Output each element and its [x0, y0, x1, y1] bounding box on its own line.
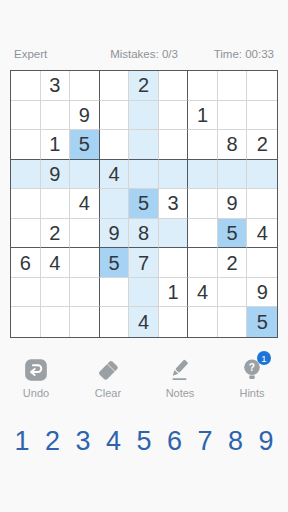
cell-r4c9[interactable] — [247, 160, 277, 190]
cell-r1c7[interactable] — [188, 71, 218, 101]
undo-label: Undo — [23, 387, 49, 399]
cell-r2c6[interactable] — [159, 101, 189, 131]
svg-text:?: ? — [249, 362, 255, 373]
cell-r2c7[interactable]: 1 — [188, 101, 218, 131]
cell-r8c5[interactable] — [129, 278, 159, 308]
cell-r8c1[interactable] — [11, 278, 41, 308]
numpad-8[interactable]: 8 — [222, 426, 250, 457]
cell-r4c1[interactable] — [11, 160, 41, 190]
cell-r1c9[interactable] — [247, 71, 277, 101]
undo-button[interactable]: Undo — [1, 356, 71, 399]
cell-r5c5[interactable]: 5 — [129, 189, 159, 219]
cell-r2c2[interactable] — [41, 101, 71, 131]
numpad-4[interactable]: 4 — [100, 426, 128, 457]
cell-r6c9[interactable]: 4 — [247, 219, 277, 249]
cell-r1c3[interactable] — [70, 71, 100, 101]
cell-r2c3[interactable]: 9 — [70, 101, 100, 131]
cell-r2c1[interactable] — [11, 101, 41, 131]
cell-r1c1[interactable] — [11, 71, 41, 101]
cell-r3c1[interactable] — [11, 130, 41, 160]
cell-r7c7[interactable] — [188, 248, 218, 278]
cell-r9c5[interactable]: 4 — [129, 307, 159, 337]
cell-r6c1[interactable] — [11, 219, 41, 249]
cell-r9c3[interactable] — [70, 307, 100, 337]
hints-label: Hints — [239, 387, 264, 399]
cell-r8c4[interactable] — [100, 278, 130, 308]
numpad-9[interactable]: 9 — [252, 426, 280, 457]
numpad-7[interactable]: 7 — [191, 426, 219, 457]
cell-r2c5[interactable] — [129, 101, 159, 131]
cell-r8c7[interactable]: 4 — [188, 278, 218, 308]
timer: Time: 00:33 — [214, 48, 274, 60]
cell-r1c6[interactable] — [159, 71, 189, 101]
numpad-3[interactable]: 3 — [69, 426, 97, 457]
numpad-5[interactable]: 5 — [130, 426, 158, 457]
cell-r5c9[interactable] — [247, 189, 277, 219]
cell-r3c4[interactable] — [100, 130, 130, 160]
cell-r9c1[interactable] — [11, 307, 41, 337]
notes-button[interactable]: Notes — [145, 356, 215, 399]
cell-r6c2[interactable]: 2 — [41, 219, 71, 249]
cell-r7c1[interactable]: 6 — [11, 248, 41, 278]
numpad-2[interactable]: 2 — [39, 426, 67, 457]
sudoku-board: 32911582944539298546457214945 — [10, 70, 278, 338]
cell-r5c6[interactable]: 3 — [159, 189, 189, 219]
hints-button[interactable]: ? 1 Hints — [217, 356, 287, 399]
cell-r7c3[interactable] — [70, 248, 100, 278]
cell-r5c4[interactable] — [100, 189, 130, 219]
clear-button[interactable]: Clear — [73, 356, 143, 399]
cell-r3c6[interactable] — [159, 130, 189, 160]
eraser-icon — [95, 356, 121, 384]
cell-r7c4[interactable]: 5 — [100, 248, 130, 278]
cell-r2c4[interactable] — [100, 101, 130, 131]
notes-label: Notes — [166, 387, 195, 399]
cell-r9c9[interactable]: 5 — [247, 307, 277, 337]
numpad-1[interactable]: 1 — [8, 426, 36, 457]
cell-r1c2[interactable]: 3 — [41, 71, 71, 101]
cell-r6c3[interactable] — [70, 219, 100, 249]
cell-r4c5[interactable] — [129, 160, 159, 190]
cell-r3c3[interactable]: 5 — [70, 130, 100, 160]
cell-r1c8[interactable] — [218, 71, 248, 101]
cell-r9c2[interactable] — [41, 307, 71, 337]
cell-r7c6[interactable] — [159, 248, 189, 278]
cell-r7c9[interactable] — [247, 248, 277, 278]
cell-r3c8[interactable]: 8 — [218, 130, 248, 160]
cell-r4c6[interactable] — [159, 160, 189, 190]
difficulty-label[interactable]: Expert — [14, 48, 47, 60]
cell-r4c8[interactable] — [218, 160, 248, 190]
cell-r5c2[interactable] — [41, 189, 71, 219]
cell-r2c9[interactable] — [247, 101, 277, 131]
cell-r9c6[interactable] — [159, 307, 189, 337]
cell-r1c5[interactable]: 2 — [129, 71, 159, 101]
cell-r7c2[interactable]: 4 — [41, 248, 71, 278]
cell-r8c2[interactable] — [41, 278, 71, 308]
cell-r4c4[interactable]: 4 — [100, 160, 130, 190]
cell-r6c6[interactable] — [159, 219, 189, 249]
numpad: 123456789 — [8, 426, 280, 457]
cell-r7c8[interactable]: 2 — [218, 248, 248, 278]
cell-r6c7[interactable] — [188, 219, 218, 249]
cell-r3c5[interactable] — [129, 130, 159, 160]
cell-r9c8[interactable] — [218, 307, 248, 337]
toolbar: Undo Clear Notes — [0, 356, 288, 399]
cell-r4c7[interactable] — [188, 160, 218, 190]
cell-r9c7[interactable] — [188, 307, 218, 337]
cell-r8c6[interactable]: 1 — [159, 278, 189, 308]
cell-r3c9[interactable]: 2 — [247, 130, 277, 160]
cell-r3c7[interactable] — [188, 130, 218, 160]
status-bar: Expert Mistakes: 0/3 Time: 00:33 — [14, 48, 274, 64]
cell-r3c2[interactable]: 1 — [41, 130, 71, 160]
cell-r8c8[interactable] — [218, 278, 248, 308]
cell-r2c8[interactable] — [218, 101, 248, 131]
cell-r9c4[interactable] — [100, 307, 130, 337]
cell-r5c8[interactable]: 9 — [218, 189, 248, 219]
cell-r8c3[interactable] — [70, 278, 100, 308]
hints-count-badge: 1 — [257, 351, 271, 365]
cell-r4c3[interactable] — [70, 160, 100, 190]
cell-r5c3[interactable]: 4 — [70, 189, 100, 219]
cell-r6c4[interactable]: 9 — [100, 219, 130, 249]
cell-r4c2[interactable]: 9 — [41, 160, 71, 190]
cell-r7c5[interactable]: 7 — [129, 248, 159, 278]
mistakes-counter: Mistakes: 0/3 — [110, 48, 178, 60]
numpad-6[interactable]: 6 — [161, 426, 189, 457]
undo-icon — [23, 356, 49, 384]
cell-r8c9[interactable]: 9 — [247, 278, 277, 308]
cell-r5c1[interactable] — [11, 189, 41, 219]
cell-r5c7[interactable] — [188, 189, 218, 219]
cell-r6c5[interactable]: 8 — [129, 219, 159, 249]
clear-label: Clear — [95, 387, 121, 399]
cell-r6c8[interactable]: 5 — [218, 219, 248, 249]
pencil-icon — [167, 356, 193, 384]
cell-r1c4[interactable] — [100, 71, 130, 101]
